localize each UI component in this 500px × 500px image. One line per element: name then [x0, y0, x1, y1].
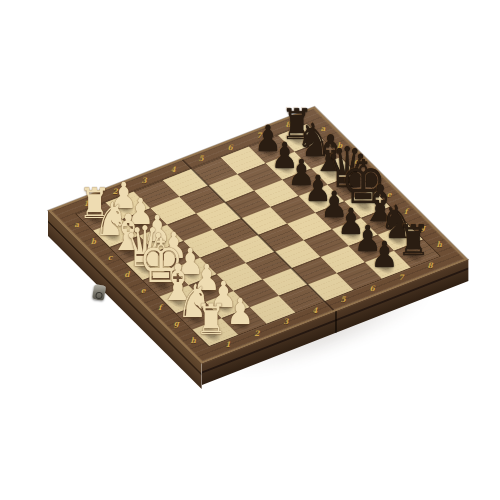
- clasp-latch: [92, 284, 106, 301]
- piece-black-pawn-h7: ♟: [362, 237, 406, 273]
- product-photo-scene: aabbccddeeffgghh1122334455667788 ♜♞♝♛♚♝♞…: [0, 0, 500, 500]
- piece-white-rook-h1: ♜: [189, 299, 233, 341]
